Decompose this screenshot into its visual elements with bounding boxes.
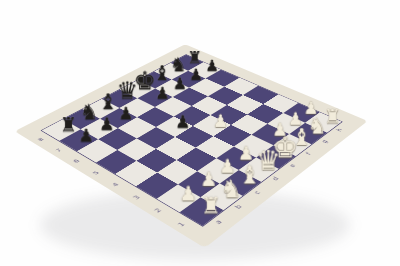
coord-file-e: e — [289, 163, 298, 168]
chess-mat: ♜♞♝♛♚♝♞♜♟♟♟♟♟♟♟♟♟♟♟♟♟♟♟♟♜♞♝♛♚♝♞♜ 8765432… — [15, 44, 368, 248]
product-photo: ♜♞♝♛♚♝♞♜♟♟♟♟♟♟♟♟♟♟♟♟♟♟♟♟♜♞♝♛♚♝♞♜ 8765432… — [0, 0, 400, 266]
coord-rank-4: 4 — [112, 182, 121, 188]
coord-rank-3: 3 — [132, 195, 141, 201]
white-rook-h1: ♜ — [324, 107, 341, 126]
scene: ♜♞♝♛♚♝♞♜♟♟♟♟♟♟♟♟♟♟♟♟♟♟♟♟♜♞♝♛♚♝♞♜ 8765432… — [0, 0, 400, 266]
coord-file-c: c — [253, 190, 262, 195]
chess-board: ♜♞♝♛♚♝♞♜♟♟♟♟♟♟♟♟♟♟♟♟♟♟♟♟♜♞♝♛♚♝♞♜ — [41, 54, 343, 227]
coord-file-a: a — [214, 219, 224, 225]
coord-rank-7: 7 — [55, 148, 63, 153]
coord-rank-2: 2 — [154, 208, 164, 214]
coord-file-h: h — [336, 128, 344, 133]
coord-rank-8: 8 — [37, 138, 45, 143]
coord-file-d: d — [271, 176, 280, 181]
coord-rank-5: 5 — [92, 170, 101, 175]
coord-file-f: f — [305, 152, 313, 156]
coord-file-b: b — [234, 204, 244, 210]
coord-rank-6: 6 — [73, 159, 82, 164]
coord-rank-1: 1 — [177, 222, 187, 228]
square-d5: ♟ — [155, 116, 193, 137]
coord-file-g: g — [321, 139, 330, 144]
